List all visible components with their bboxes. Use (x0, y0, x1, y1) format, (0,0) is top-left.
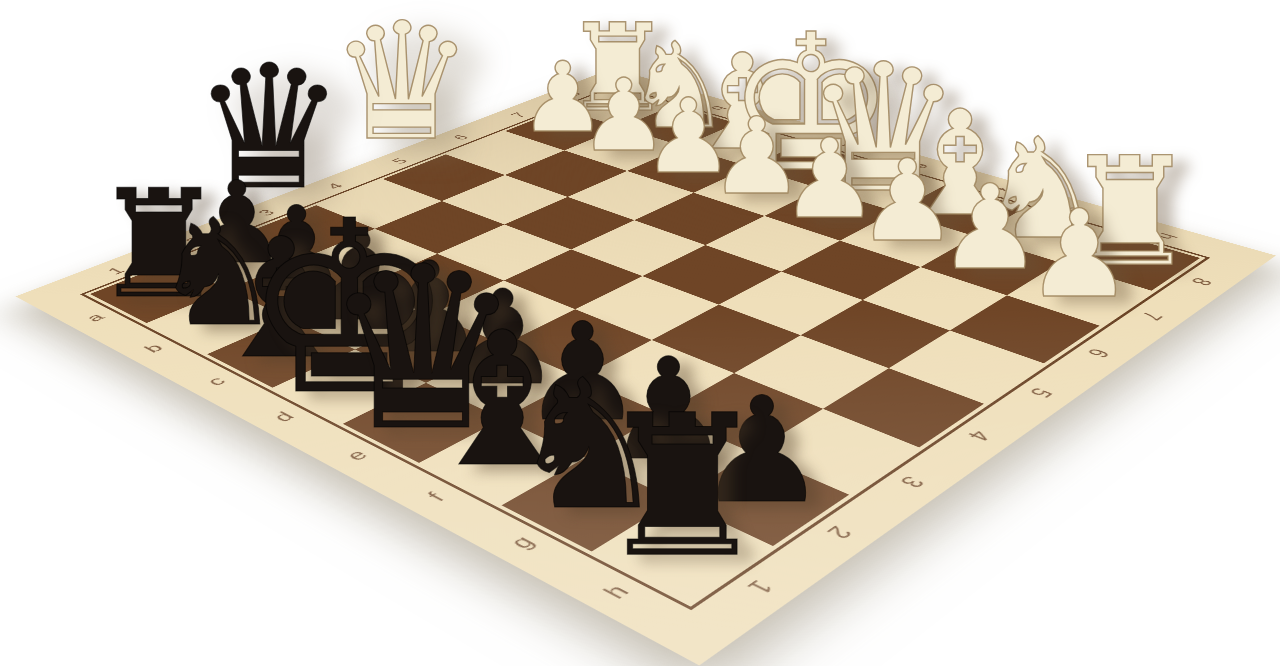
chess-set-photo: abcdefgh abcdefgh 87654321 87654321 ♜♞♝♚… (0, 0, 1280, 666)
black-rook-piece[interactable]: ♜ (595, 389, 770, 584)
white-queen-piece-offboard[interactable]: ♛ (329, 1, 474, 163)
white-pawn-piece[interactable]: ♟ (1025, 194, 1133, 315)
